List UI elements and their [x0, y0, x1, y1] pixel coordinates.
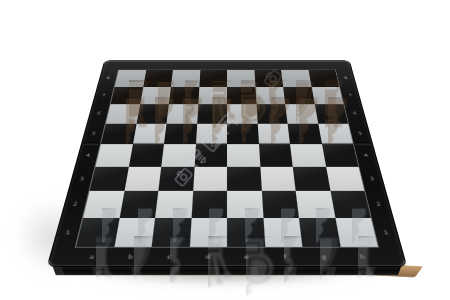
square-c5: [164, 123, 197, 144]
chessboard-frame: abcdefgh8877665544332211♜♜♞♞♝♝♛♛♚♚♝♝♞♞♜♜…: [48, 61, 406, 266]
square-e6: [227, 104, 257, 123]
pawn-glyph: ♟: [301, 41, 357, 103]
board-perspective: abcdefgh8877665544332211♜♜♞♞♝♝♛♛♚♚♝♝♞♞♜♜…: [0, 0, 450, 300]
square-h5: [318, 123, 353, 144]
square-b5: [133, 123, 167, 144]
square-e5: [227, 123, 259, 144]
rank-label-6-right: 6: [353, 112, 358, 116]
square-f6: [256, 104, 287, 123]
rank-label-5-right: 5: [358, 131, 363, 135]
rank-label-4-right: 4: [363, 153, 368, 157]
square-d5: [196, 123, 228, 144]
square-g6: [285, 104, 318, 123]
rook-glyph: ♜: [334, 188, 383, 242]
rank-label-6-left: 6: [97, 112, 102, 116]
file-label-d: d: [205, 254, 210, 260]
square-c6: [166, 104, 197, 123]
rank-label-5-left: 5: [91, 131, 96, 135]
file-label-a: a: [89, 254, 95, 260]
square-f5: [257, 123, 290, 144]
file-label-h: h: [359, 254, 365, 260]
square-g5: [288, 123, 322, 144]
rank-label-1-left: 1: [65, 230, 71, 236]
file-label-g: g: [321, 254, 327, 260]
file-label-f: f: [283, 254, 286, 260]
rank-label-1-right: 1: [383, 230, 389, 236]
square-h6: [314, 104, 348, 123]
square-a6: [106, 104, 140, 123]
square-b6: [136, 104, 169, 123]
hinge-left: [83, 142, 99, 145]
hinge-right: [355, 142, 371, 145]
square-a5: [101, 123, 136, 144]
file-label-e: e: [244, 254, 249, 260]
chess-photo: abcdefgh8877665544332211♜♜♞♞♝♝♛♛♚♚♝♝♞♞♜♜…: [0, 0, 450, 300]
file-label-c: c: [167, 254, 172, 260]
square-d6: [197, 104, 227, 123]
frame-front-face: [52, 265, 402, 276]
file-label-b: b: [128, 254, 134, 260]
rank-label-4-left: 4: [86, 153, 91, 157]
